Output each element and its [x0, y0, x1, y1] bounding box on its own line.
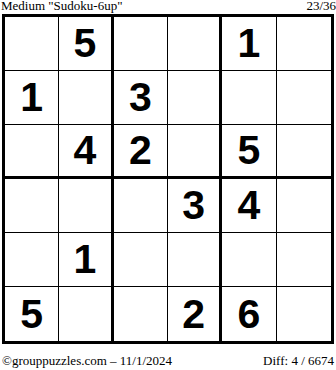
- cell-r4c5-given[interactable]: 4: [222, 179, 276, 233]
- cell-r2c6[interactable]: [277, 71, 331, 125]
- cell-r3c4[interactable]: [168, 125, 222, 179]
- cell-r1c3[interactable]: [114, 17, 168, 71]
- cell-r3c2-given[interactable]: 4: [59, 125, 113, 179]
- cell-r4c6[interactable]: [277, 179, 331, 233]
- cell-r6c3[interactable]: [114, 287, 168, 341]
- cell-r1c5-given[interactable]: 1: [222, 17, 276, 71]
- cell-r6c1-given[interactable]: 5: [5, 287, 59, 341]
- difficulty-text: Diff: 4 / 6674: [263, 354, 334, 368]
- cell-r1c1[interactable]: [5, 17, 59, 71]
- cell-r1c6[interactable]: [277, 17, 331, 71]
- cell-r3c1[interactable]: [5, 125, 59, 179]
- cell-r6c5-given[interactable]: 6: [222, 287, 276, 341]
- cell-r5c5[interactable]: [222, 233, 276, 287]
- cell-r5c6[interactable]: [277, 233, 331, 287]
- cell-r5c4[interactable]: [168, 233, 222, 287]
- cell-r6c2[interactable]: [59, 287, 113, 341]
- cell-r4c1[interactable]: [5, 179, 59, 233]
- cell-r2c3-given[interactable]: 3: [114, 71, 168, 125]
- cell-r2c5[interactable]: [222, 71, 276, 125]
- cell-r3c5-given[interactable]: 5: [222, 125, 276, 179]
- header: Medium "Sudoku-6up" 23/36: [1, 0, 336, 13]
- copyright-text: ©grouppuzzles.com – 11/1/2024: [2, 354, 172, 368]
- cell-r4c2[interactable]: [59, 179, 113, 233]
- cell-r1c4[interactable]: [168, 17, 222, 71]
- cell-r2c2[interactable]: [59, 71, 113, 125]
- sudoku-board: 5113425341526: [2, 14, 334, 344]
- cell-counter: 23/36: [306, 0, 336, 13]
- cell-r2c1-given[interactable]: 1: [5, 71, 59, 125]
- cell-r2c4[interactable]: [168, 71, 222, 125]
- footer: ©grouppuzzles.com – 11/1/2024 Diff: 4 / …: [2, 354, 334, 368]
- cell-r4c3[interactable]: [114, 179, 168, 233]
- cell-r3c3-given[interactable]: 2: [114, 125, 168, 179]
- cell-r1c2-given[interactable]: 5: [59, 17, 113, 71]
- cell-r5c2-given[interactable]: 1: [59, 233, 113, 287]
- cell-r5c1[interactable]: [5, 233, 59, 287]
- puzzle-title: Medium "Sudoku-6up": [1, 0, 122, 13]
- cell-r3c6[interactable]: [277, 125, 331, 179]
- cell-r6c4-given[interactable]: 2: [168, 287, 222, 341]
- cell-r4c4-given[interactable]: 3: [168, 179, 222, 233]
- cell-r5c3[interactable]: [114, 233, 168, 287]
- cell-r6c6[interactable]: [277, 287, 331, 341]
- puzzle-page: Medium "Sudoku-6up" 23/36 5113425341526 …: [0, 0, 336, 370]
